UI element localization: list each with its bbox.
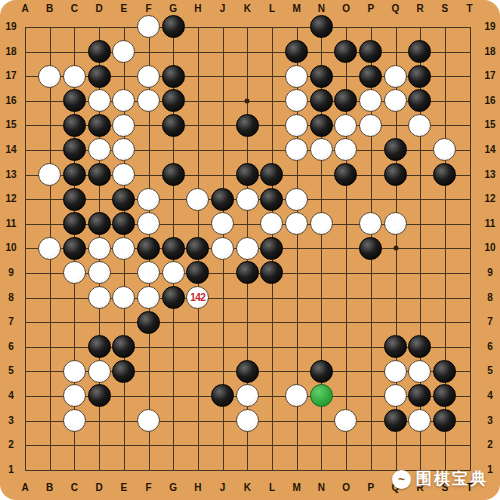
board-point[interactable] — [309, 64, 334, 89]
board-point[interactable] — [334, 162, 359, 187]
board-point[interactable] — [111, 408, 136, 433]
board-point[interactable] — [383, 261, 408, 286]
board-point[interactable] — [334, 15, 359, 40]
board-point[interactable] — [37, 39, 62, 64]
board-point[interactable] — [432, 138, 457, 163]
board-point[interactable] — [260, 187, 285, 212]
board-point[interactable] — [309, 88, 334, 113]
board-point[interactable] — [284, 88, 309, 113]
board-point[interactable] — [136, 64, 161, 89]
board-point[interactable] — [334, 39, 359, 64]
board-point[interactable] — [432, 88, 457, 113]
board-point[interactable] — [210, 39, 235, 64]
board-point[interactable] — [111, 187, 136, 212]
board-point[interactable] — [87, 162, 112, 187]
board-point[interactable] — [284, 15, 309, 40]
board-point[interactable] — [383, 384, 408, 409]
board-point[interactable] — [62, 334, 87, 359]
board-point[interactable] — [161, 310, 186, 335]
board-point[interactable] — [111, 310, 136, 335]
board-point[interactable] — [111, 236, 136, 261]
board-point[interactable] — [457, 285, 482, 310]
board-point[interactable] — [408, 310, 433, 335]
board-point[interactable] — [235, 187, 260, 212]
board-point[interactable] — [235, 408, 260, 433]
board-point[interactable] — [284, 457, 309, 482]
board-point[interactable] — [111, 162, 136, 187]
board-point[interactable] — [358, 384, 383, 409]
board-point[interactable] — [260, 359, 285, 384]
board-point[interactable] — [309, 187, 334, 212]
board-point[interactable] — [111, 334, 136, 359]
board-point[interactable] — [37, 261, 62, 286]
board-point[interactable] — [334, 359, 359, 384]
board-point[interactable] — [457, 39, 482, 64]
board-point[interactable] — [432, 162, 457, 187]
board-point[interactable] — [284, 113, 309, 138]
board-point[interactable] — [161, 261, 186, 286]
board-point[interactable] — [136, 433, 161, 458]
board-point[interactable] — [13, 310, 38, 335]
board-point[interactable] — [309, 113, 334, 138]
board-point[interactable] — [37, 236, 62, 261]
board-point[interactable] — [457, 384, 482, 409]
board-point[interactable] — [457, 15, 482, 40]
board-point[interactable] — [13, 138, 38, 163]
board-point[interactable] — [111, 457, 136, 482]
board-point[interactable] — [334, 433, 359, 458]
board-point[interactable] — [62, 64, 87, 89]
board-point[interactable] — [185, 187, 210, 212]
board-point[interactable] — [136, 359, 161, 384]
board-point[interactable] — [358, 457, 383, 482]
board-point[interactable] — [432, 359, 457, 384]
board-point[interactable] — [235, 113, 260, 138]
board-point[interactable] — [334, 113, 359, 138]
board-point[interactable] — [260, 285, 285, 310]
board-point[interactable] — [111, 384, 136, 409]
board-point[interactable] — [161, 359, 186, 384]
board-point[interactable] — [111, 88, 136, 113]
board-point[interactable] — [383, 138, 408, 163]
board-point[interactable] — [284, 310, 309, 335]
board-point[interactable] — [13, 408, 38, 433]
board-point[interactable] — [260, 433, 285, 458]
board-point[interactable] — [334, 310, 359, 335]
board-point[interactable] — [185, 64, 210, 89]
board-point[interactable] — [457, 261, 482, 286]
board-point[interactable] — [210, 138, 235, 163]
board-point[interactable] — [235, 261, 260, 286]
board-point[interactable] — [37, 359, 62, 384]
board-point[interactable] — [161, 211, 186, 236]
board-point[interactable] — [457, 408, 482, 433]
board-point[interactable]: 142 — [185, 285, 210, 310]
board-point[interactable] — [37, 211, 62, 236]
board-point[interactable] — [13, 457, 38, 482]
board-point[interactable] — [210, 285, 235, 310]
board-point[interactable] — [334, 187, 359, 212]
board-point[interactable] — [358, 15, 383, 40]
board-point[interactable] — [284, 433, 309, 458]
board-point[interactable] — [235, 359, 260, 384]
board-point[interactable] — [358, 64, 383, 89]
board-point[interactable] — [383, 162, 408, 187]
board-point[interactable] — [136, 162, 161, 187]
board-point[interactable] — [432, 236, 457, 261]
board-point[interactable] — [111, 64, 136, 89]
board-point[interactable] — [260, 211, 285, 236]
board-point[interactable] — [235, 457, 260, 482]
board-point[interactable] — [161, 113, 186, 138]
board-point[interactable] — [111, 211, 136, 236]
board-point[interactable] — [309, 236, 334, 261]
board-point[interactable] — [37, 88, 62, 113]
board-point[interactable] — [185, 39, 210, 64]
board-point[interactable] — [13, 359, 38, 384]
board-point[interactable] — [87, 236, 112, 261]
board-point[interactable] — [62, 384, 87, 409]
board-point[interactable] — [161, 285, 186, 310]
board-point[interactable] — [260, 334, 285, 359]
board-point[interactable] — [358, 433, 383, 458]
board-point[interactable] — [87, 138, 112, 163]
board-point[interactable] — [111, 261, 136, 286]
board-point[interactable] — [62, 162, 87, 187]
board-point[interactable] — [383, 334, 408, 359]
board-point[interactable] — [62, 15, 87, 40]
board-point[interactable] — [358, 236, 383, 261]
board-point[interactable] — [37, 433, 62, 458]
board-point[interactable] — [358, 211, 383, 236]
board-point[interactable] — [13, 384, 38, 409]
board-point[interactable] — [185, 211, 210, 236]
board-point[interactable] — [432, 113, 457, 138]
board-point[interactable] — [87, 457, 112, 482]
board-point[interactable] — [309, 359, 334, 384]
board-point[interactable] — [161, 162, 186, 187]
board-point[interactable] — [334, 285, 359, 310]
board-point[interactable] — [185, 113, 210, 138]
board-point[interactable] — [136, 138, 161, 163]
board-point[interactable] — [383, 113, 408, 138]
board-point[interactable] — [284, 285, 309, 310]
board-point[interactable] — [136, 334, 161, 359]
board-point[interactable] — [62, 359, 87, 384]
board-point[interactable] — [383, 88, 408, 113]
board-point[interactable] — [185, 236, 210, 261]
board-point[interactable] — [161, 39, 186, 64]
board-point[interactable] — [87, 88, 112, 113]
board-point[interactable] — [185, 310, 210, 335]
board-point[interactable] — [358, 261, 383, 286]
board-point[interactable] — [185, 138, 210, 163]
board-point[interactable] — [284, 334, 309, 359]
board-point[interactable] — [408, 433, 433, 458]
board-point[interactable] — [309, 334, 334, 359]
board-point[interactable] — [309, 15, 334, 40]
board-point[interactable] — [309, 310, 334, 335]
board-point[interactable] — [161, 433, 186, 458]
board-point[interactable] — [210, 310, 235, 335]
board-point[interactable] — [358, 334, 383, 359]
board-point[interactable] — [111, 113, 136, 138]
board-point[interactable] — [457, 162, 482, 187]
board-point[interactable] — [136, 211, 161, 236]
board-point[interactable] — [136, 15, 161, 40]
board-point[interactable] — [161, 15, 186, 40]
board-point[interactable] — [87, 408, 112, 433]
board-point[interactable] — [457, 433, 482, 458]
board-point[interactable] — [62, 187, 87, 212]
board-point[interactable] — [185, 359, 210, 384]
board-point[interactable] — [260, 88, 285, 113]
board-point[interactable] — [432, 64, 457, 89]
board-point[interactable] — [408, 334, 433, 359]
board-point[interactable] — [408, 138, 433, 163]
board-point[interactable] — [235, 15, 260, 40]
board-point[interactable] — [13, 334, 38, 359]
board-point[interactable] — [87, 310, 112, 335]
board-point[interactable] — [210, 334, 235, 359]
board-point[interactable] — [383, 408, 408, 433]
board-point[interactable] — [358, 113, 383, 138]
board-point[interactable] — [185, 384, 210, 409]
board-point[interactable] — [408, 384, 433, 409]
board-point[interactable] — [62, 39, 87, 64]
board-point[interactable] — [161, 408, 186, 433]
board-point[interactable] — [432, 408, 457, 433]
board-point[interactable] — [161, 88, 186, 113]
board-point[interactable] — [432, 187, 457, 212]
board-point[interactable] — [136, 285, 161, 310]
board-point[interactable] — [432, 285, 457, 310]
board-point[interactable] — [111, 433, 136, 458]
board-point[interactable] — [284, 236, 309, 261]
board-point[interactable] — [161, 64, 186, 89]
board-point[interactable] — [13, 64, 38, 89]
board-point[interactable] — [457, 138, 482, 163]
board-point[interactable] — [210, 211, 235, 236]
board-point[interactable] — [457, 88, 482, 113]
board-point[interactable] — [260, 113, 285, 138]
board-point[interactable] — [408, 261, 433, 286]
board-point[interactable] — [136, 408, 161, 433]
board-point[interactable] — [235, 384, 260, 409]
board-point[interactable] — [284, 408, 309, 433]
board-point[interactable] — [383, 187, 408, 212]
board-point[interactable] — [284, 64, 309, 89]
board-point[interactable] — [62, 285, 87, 310]
board-point[interactable] — [235, 64, 260, 89]
board-point[interactable] — [37, 138, 62, 163]
board-point[interactable] — [62, 88, 87, 113]
board-point[interactable] — [62, 408, 87, 433]
board-point[interactable] — [161, 187, 186, 212]
board-point[interactable] — [210, 113, 235, 138]
board-point[interactable] — [334, 88, 359, 113]
board-point[interactable] — [235, 88, 260, 113]
board-point[interactable] — [408, 15, 433, 40]
board-point[interactable] — [87, 261, 112, 286]
board-point[interactable] — [87, 285, 112, 310]
board-point[interactable] — [87, 384, 112, 409]
board-point[interactable] — [13, 39, 38, 64]
board-point[interactable] — [111, 39, 136, 64]
board-point[interactable] — [334, 211, 359, 236]
board-point[interactable] — [136, 88, 161, 113]
board-point[interactable] — [37, 64, 62, 89]
board-point[interactable] — [185, 457, 210, 482]
board-point[interactable] — [37, 113, 62, 138]
board-point[interactable] — [309, 457, 334, 482]
board-point[interactable] — [13, 113, 38, 138]
board-point[interactable] — [87, 433, 112, 458]
board-point[interactable] — [260, 408, 285, 433]
board-point[interactable] — [457, 113, 482, 138]
board-point[interactable] — [210, 433, 235, 458]
board-point[interactable] — [87, 359, 112, 384]
board-point[interactable] — [87, 334, 112, 359]
board-point[interactable] — [408, 113, 433, 138]
board-point[interactable] — [37, 334, 62, 359]
board-point[interactable] — [13, 211, 38, 236]
board-point[interactable] — [136, 113, 161, 138]
board-point[interactable] — [210, 88, 235, 113]
board-point[interactable] — [284, 162, 309, 187]
board-point[interactable] — [260, 64, 285, 89]
board-point[interactable] — [13, 162, 38, 187]
board-point[interactable] — [334, 334, 359, 359]
board-point[interactable] — [408, 211, 433, 236]
board-point[interactable] — [260, 15, 285, 40]
board-point[interactable] — [457, 211, 482, 236]
board-point[interactable] — [309, 384, 334, 409]
board-point[interactable] — [334, 138, 359, 163]
board-point[interactable] — [408, 187, 433, 212]
board-point[interactable] — [408, 236, 433, 261]
board-point[interactable] — [62, 236, 87, 261]
board-point[interactable] — [284, 384, 309, 409]
board-point[interactable] — [260, 236, 285, 261]
board-point[interactable] — [432, 384, 457, 409]
board-point[interactable] — [432, 261, 457, 286]
board-point[interactable] — [260, 261, 285, 286]
board-point[interactable] — [334, 236, 359, 261]
board-point[interactable] — [383, 15, 408, 40]
board-point[interactable] — [111, 15, 136, 40]
board-point[interactable] — [309, 408, 334, 433]
board-point[interactable] — [383, 236, 408, 261]
board-point[interactable] — [87, 64, 112, 89]
board-point[interactable] — [161, 138, 186, 163]
board-point[interactable] — [284, 138, 309, 163]
board-point[interactable] — [185, 261, 210, 286]
board-point[interactable] — [210, 261, 235, 286]
board-point[interactable] — [408, 39, 433, 64]
board-point[interactable] — [13, 88, 38, 113]
board-point[interactable] — [334, 261, 359, 286]
board-point[interactable] — [358, 187, 383, 212]
board-point[interactable] — [235, 138, 260, 163]
board-point[interactable] — [235, 162, 260, 187]
board-point[interactable] — [136, 236, 161, 261]
board-point[interactable] — [432, 15, 457, 40]
board-point[interactable] — [358, 39, 383, 64]
board-point[interactable] — [13, 433, 38, 458]
board-point[interactable] — [309, 285, 334, 310]
board-point[interactable] — [210, 162, 235, 187]
board-point[interactable] — [87, 187, 112, 212]
board-point[interactable] — [309, 433, 334, 458]
board-point[interactable] — [334, 64, 359, 89]
board-point[interactable] — [37, 285, 62, 310]
board-point[interactable] — [408, 64, 433, 89]
board-point[interactable] — [62, 433, 87, 458]
board-point[interactable] — [235, 211, 260, 236]
board-point[interactable] — [260, 39, 285, 64]
board-point[interactable] — [185, 334, 210, 359]
board-point[interactable] — [408, 359, 433, 384]
board-point[interactable] — [383, 39, 408, 64]
board-point[interactable] — [457, 64, 482, 89]
board-point[interactable] — [62, 138, 87, 163]
board-point[interactable] — [383, 310, 408, 335]
board-point[interactable] — [457, 236, 482, 261]
board-point[interactable] — [185, 162, 210, 187]
board-point[interactable] — [235, 236, 260, 261]
board-point[interactable] — [210, 64, 235, 89]
board-point[interactable] — [210, 15, 235, 40]
board-point[interactable] — [284, 359, 309, 384]
board-point[interactable] — [284, 187, 309, 212]
board-point[interactable] — [37, 310, 62, 335]
board-point[interactable] — [358, 285, 383, 310]
board-point[interactable] — [62, 261, 87, 286]
board-point[interactable] — [210, 384, 235, 409]
board-point[interactable] — [260, 457, 285, 482]
board-point[interactable] — [62, 211, 87, 236]
board-point[interactable] — [334, 408, 359, 433]
board-point[interactable] — [383, 211, 408, 236]
board-point[interactable] — [185, 88, 210, 113]
board-point[interactable] — [136, 187, 161, 212]
board-point[interactable] — [309, 39, 334, 64]
board-point[interactable] — [185, 408, 210, 433]
board-point[interactable] — [37, 408, 62, 433]
board-point[interactable] — [62, 457, 87, 482]
board-point[interactable] — [284, 261, 309, 286]
board-point[interactable] — [210, 359, 235, 384]
board-point[interactable] — [235, 39, 260, 64]
board-point[interactable] — [408, 408, 433, 433]
board-point[interactable] — [358, 138, 383, 163]
board-point[interactable] — [383, 433, 408, 458]
board-point[interactable] — [210, 187, 235, 212]
board-point[interactable] — [358, 310, 383, 335]
board-point[interactable] — [284, 39, 309, 64]
board-point[interactable] — [111, 359, 136, 384]
board-point[interactable] — [432, 310, 457, 335]
board-point[interactable] — [185, 15, 210, 40]
board-point[interactable] — [161, 334, 186, 359]
board-point[interactable] — [408, 285, 433, 310]
board-point[interactable] — [260, 384, 285, 409]
board-point[interactable] — [87, 113, 112, 138]
board-point[interactable] — [358, 162, 383, 187]
board-point[interactable] — [210, 236, 235, 261]
board-point[interactable] — [457, 187, 482, 212]
